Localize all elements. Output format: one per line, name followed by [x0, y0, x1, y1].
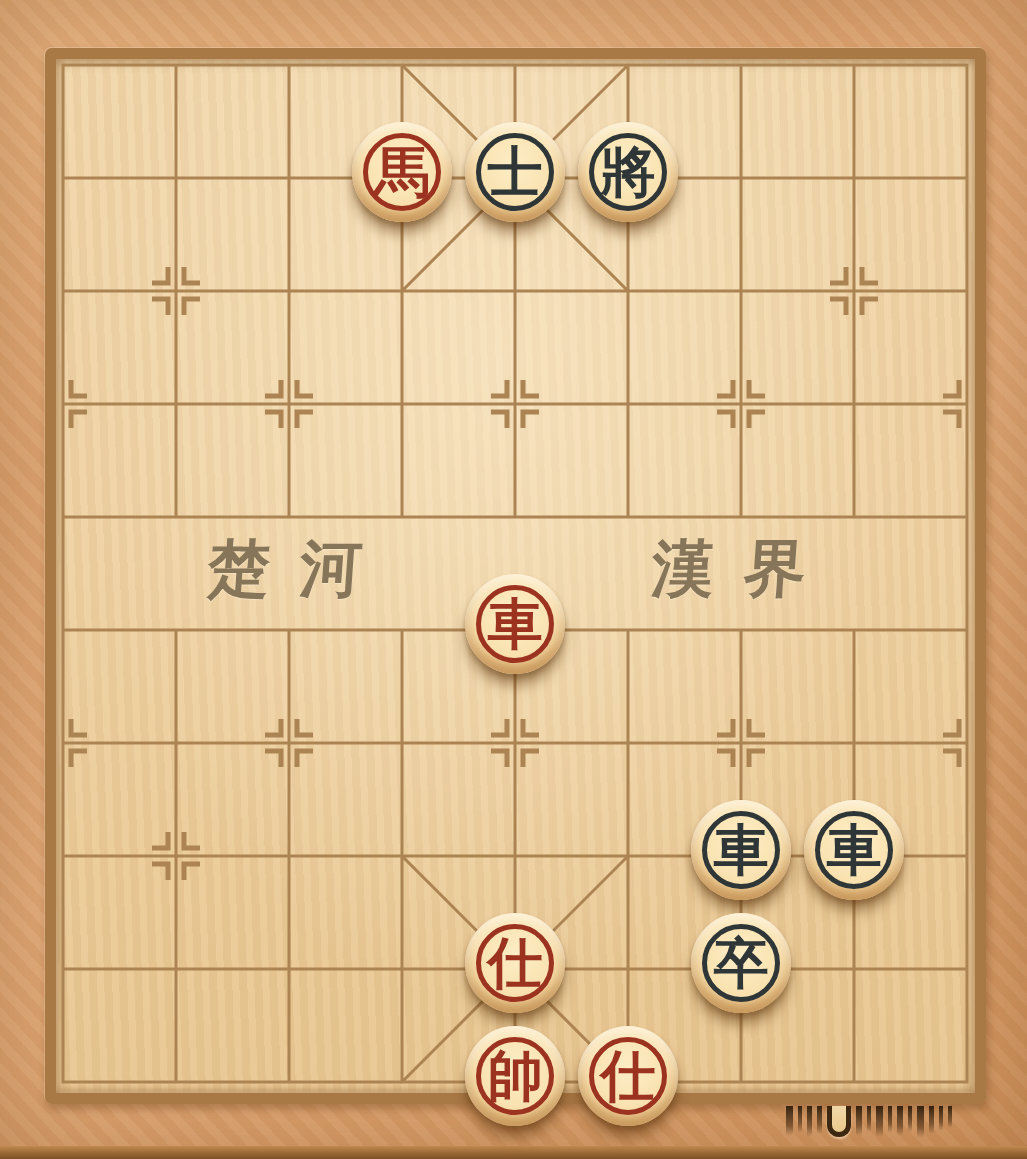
watermark-bar: [867, 1106, 871, 1132]
watermark-bar: [908, 1106, 912, 1132]
piece-character: 仕: [488, 935, 543, 990]
piece-disc[interactable]: 車: [804, 800, 904, 900]
watermark-bar: [856, 1106, 862, 1136]
piece-character: 車: [827, 822, 882, 877]
piece-disc[interactable]: 車: [691, 800, 791, 900]
piece-disc[interactable]: 帥: [465, 1026, 565, 1126]
red-chariot-piece[interactable]: 車: [459, 574, 572, 687]
black-pawn-piece[interactable]: 卒: [685, 913, 798, 1026]
pieces-grid: 馬士將車車車仕卒帥仕: [7, 9, 1024, 1139]
board-frame: 楚河 漢界 馬士將車車車仕卒帥仕: [45, 48, 986, 1104]
red-advisor-piece[interactable]: 仕: [572, 1026, 685, 1139]
piece-ring: 車: [815, 811, 893, 889]
piece-character: 仕: [601, 1048, 656, 1103]
xiangqi-app: 楚河 漢界 馬士將車車車仕卒帥仕: [0, 0, 1027, 1159]
black-chariot-piece[interactable]: 車: [685, 800, 798, 913]
black-chariot-piece[interactable]: 車: [798, 800, 911, 913]
piece-character: 馬: [375, 144, 430, 199]
watermark-bar: [897, 1106, 903, 1136]
watermark-bar: [948, 1106, 952, 1128]
watermark: [786, 1106, 986, 1146]
watermark-bar: [929, 1106, 934, 1134]
piece-ring: 仕: [476, 924, 554, 1002]
piece-disc[interactable]: 仕: [578, 1026, 678, 1126]
piece-ring: 車: [476, 585, 554, 663]
piece-disc[interactable]: 車: [465, 574, 565, 674]
black-advisor-piece[interactable]: 士: [459, 122, 572, 235]
watermark-bar: [939, 1106, 943, 1131]
black-general-piece[interactable]: 將: [572, 122, 685, 235]
watermark-bar: [786, 1106, 793, 1136]
board-inner: 楚河 漢界 馬士將車車車仕卒帥仕: [56, 59, 975, 1093]
piece-character: 將: [601, 144, 656, 199]
piece-character: 車: [488, 596, 543, 651]
piece-disc[interactable]: 將: [578, 122, 678, 222]
piece-character: 車: [714, 822, 769, 877]
piece-ring: 仕: [589, 1037, 667, 1115]
piece-character: 卒: [714, 935, 769, 990]
watermark-bar: [817, 1106, 822, 1134]
piece-ring: 士: [476, 133, 554, 211]
piece-disc[interactable]: 士: [465, 122, 565, 222]
piece-disc[interactable]: 馬: [352, 122, 452, 222]
red-advisor-piece[interactable]: 仕: [459, 913, 572, 1026]
piece-ring: 將: [589, 133, 667, 211]
watermark-glyph: [827, 1106, 851, 1137]
watermark-bar: [798, 1106, 802, 1133]
board-bottom-edge: [0, 1146, 1027, 1159]
piece-ring: 馬: [363, 133, 441, 211]
piece-disc[interactable]: 卒: [691, 913, 791, 1013]
piece-disc[interactable]: 仕: [465, 913, 565, 1013]
piece-character: 士: [488, 144, 543, 199]
piece-character: 帥: [488, 1048, 543, 1103]
watermark-bar: [888, 1106, 892, 1133]
watermark-bar: [917, 1106, 924, 1138]
piece-ring: 帥: [476, 1037, 554, 1115]
watermark-bar: [876, 1106, 883, 1137]
red-horse-piece[interactable]: 馬: [346, 122, 459, 235]
piece-ring: 卒: [702, 924, 780, 1002]
piece-ring: 車: [702, 811, 780, 889]
watermark-bar: [807, 1106, 812, 1137]
red-general-piece[interactable]: 帥: [459, 1026, 572, 1139]
